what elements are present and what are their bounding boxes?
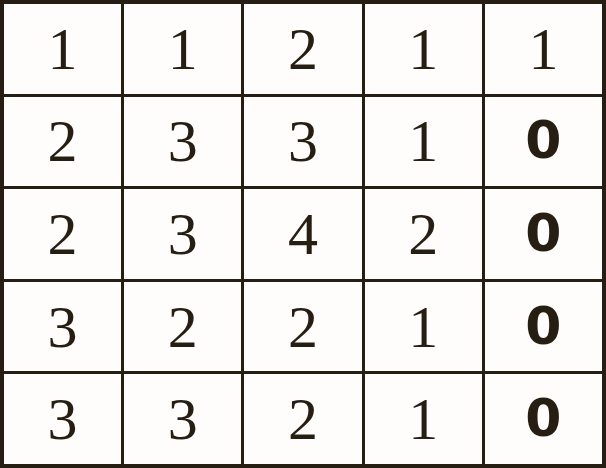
cell-r4c1: 3	[4, 282, 121, 372]
cell-r5c3: 2	[244, 374, 361, 464]
cell-r3c2: 3	[124, 189, 241, 279]
cell-r2c4: 1	[365, 97, 482, 187]
cell-r1c2: 1	[124, 4, 241, 94]
cell-r3c4: 2	[365, 189, 482, 279]
cell-r5c2: 3	[124, 374, 241, 464]
cell-r4c5: 0	[485, 282, 602, 372]
cell-r2c1: 2	[4, 97, 121, 187]
cell-r1c3: 2	[244, 4, 361, 94]
puzzle-grid: 1121123310234203221033210	[0, 0, 606, 468]
cell-r5c4: 1	[365, 374, 482, 464]
cell-r5c5: 0	[485, 374, 602, 464]
cell-r1c5: 1	[485, 4, 602, 94]
cell-r2c2: 3	[124, 97, 241, 187]
cell-r1c1: 1	[4, 4, 121, 94]
cell-r3c3: 4	[244, 189, 361, 279]
cell-r3c5: 0	[485, 189, 602, 279]
cell-r2c5: 0	[485, 97, 602, 187]
cell-r1c4: 1	[365, 4, 482, 94]
cell-r2c3: 3	[244, 97, 361, 187]
cell-r3c1: 2	[4, 189, 121, 279]
cell-r4c2: 2	[124, 282, 241, 372]
cell-r4c3: 2	[244, 282, 361, 372]
cell-r5c1: 3	[4, 374, 121, 464]
cell-r4c4: 1	[365, 282, 482, 372]
